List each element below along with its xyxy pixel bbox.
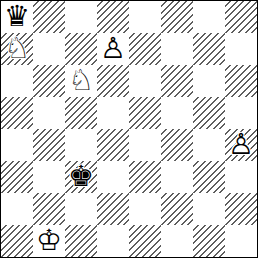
square-e5[interactable] <box>129 97 161 129</box>
black-king-c3: ♚ <box>65 161 97 192</box>
square-h4[interactable]: ♟♙ <box>225 129 257 161</box>
square-f5[interactable] <box>161 97 193 129</box>
square-c5[interactable] <box>65 97 97 129</box>
white-king-body: ♚ <box>33 225 65 256</box>
square-c1[interactable] <box>65 225 97 257</box>
square-g6[interactable] <box>193 65 225 97</box>
square-e2[interactable] <box>129 193 161 225</box>
white-pawn-body: ♟ <box>225 129 257 160</box>
square-e6[interactable] <box>129 65 161 97</box>
square-b1[interactable]: ♚♔ <box>33 225 65 257</box>
square-e4[interactable] <box>129 129 161 161</box>
square-a2[interactable] <box>1 193 33 225</box>
square-h3[interactable] <box>225 161 257 193</box>
black-king-body: ♚ <box>65 161 97 192</box>
square-b6[interactable] <box>33 65 65 97</box>
square-a1[interactable] <box>1 225 33 257</box>
square-b4[interactable] <box>33 129 65 161</box>
square-a6[interactable] <box>1 65 33 97</box>
square-b7[interactable] <box>33 33 65 65</box>
square-e8[interactable] <box>129 1 161 33</box>
black-queen-body: ♛ <box>1 1 33 32</box>
square-d3[interactable] <box>97 161 129 193</box>
square-f8[interactable] <box>161 1 193 33</box>
black-queen-a8: ♛ <box>1 1 33 32</box>
square-d5[interactable] <box>97 97 129 129</box>
square-g4[interactable] <box>193 129 225 161</box>
square-f6[interactable] <box>161 65 193 97</box>
chess-board: ♛♛♞♘♟♙♞♘♟♙♚♚♚♔ <box>1 1 257 257</box>
square-f3[interactable] <box>161 161 193 193</box>
square-c3[interactable]: ♚♚ <box>65 161 97 193</box>
square-f2[interactable] <box>161 193 193 225</box>
chess-board-frame: ♛♛♞♘♟♙♞♘♟♙♚♚♚♔ <box>0 0 258 258</box>
square-e1[interactable] <box>129 225 161 257</box>
square-h1[interactable] <box>225 225 257 257</box>
white-knight-a7: ♘ <box>1 33 33 64</box>
white-knight-body: ♞ <box>1 33 33 64</box>
square-a5[interactable] <box>1 97 33 129</box>
square-h6[interactable] <box>225 65 257 97</box>
square-d8[interactable] <box>97 1 129 33</box>
square-g8[interactable] <box>193 1 225 33</box>
square-d2[interactable] <box>97 193 129 225</box>
square-g5[interactable] <box>193 97 225 129</box>
square-a3[interactable] <box>1 161 33 193</box>
square-c6[interactable]: ♞♘ <box>65 65 97 97</box>
square-a7[interactable]: ♞♘ <box>1 33 33 65</box>
square-d4[interactable] <box>97 129 129 161</box>
square-b3[interactable] <box>33 161 65 193</box>
square-g3[interactable] <box>193 161 225 193</box>
square-g7[interactable] <box>193 33 225 65</box>
square-g1[interactable] <box>193 225 225 257</box>
white-pawn-d7: ♙ <box>97 33 129 64</box>
square-f4[interactable] <box>161 129 193 161</box>
square-f7[interactable] <box>161 33 193 65</box>
square-b2[interactable] <box>33 193 65 225</box>
square-c4[interactable] <box>65 129 97 161</box>
square-b8[interactable] <box>33 1 65 33</box>
square-d6[interactable] <box>97 65 129 97</box>
white-knight-body: ♞ <box>65 65 97 96</box>
white-knight-c6: ♘ <box>65 65 97 96</box>
square-e3[interactable] <box>129 161 161 193</box>
square-c8[interactable] <box>65 1 97 33</box>
square-a8[interactable]: ♛♛ <box>1 1 33 33</box>
white-pawn-body: ♟ <box>97 33 129 64</box>
square-h5[interactable] <box>225 97 257 129</box>
square-d1[interactable] <box>97 225 129 257</box>
square-c2[interactable] <box>65 193 97 225</box>
white-pawn-h4: ♙ <box>225 129 257 160</box>
square-h7[interactable] <box>225 33 257 65</box>
square-a4[interactable] <box>1 129 33 161</box>
square-c7[interactable] <box>65 33 97 65</box>
square-b5[interactable] <box>33 97 65 129</box>
square-f1[interactable] <box>161 225 193 257</box>
square-e7[interactable] <box>129 33 161 65</box>
white-king-b1: ♔ <box>33 225 65 256</box>
square-g2[interactable] <box>193 193 225 225</box>
square-h2[interactable] <box>225 193 257 225</box>
square-h8[interactable] <box>225 1 257 33</box>
square-d7[interactable]: ♟♙ <box>97 33 129 65</box>
